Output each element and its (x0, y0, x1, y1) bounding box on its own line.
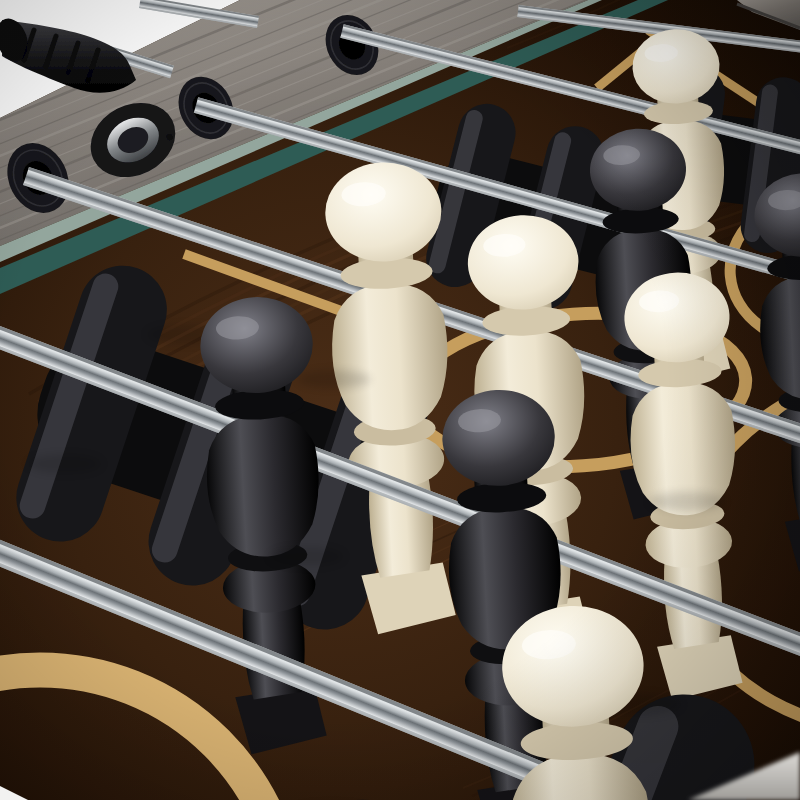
foosball-table-photo (0, 0, 800, 800)
player-shadow (27, 455, 101, 474)
player-shadow (269, 547, 343, 566)
player-shadow (298, 370, 371, 388)
foosball-photo: Close-up angled view of a foosball table… (0, 0, 800, 800)
player-shadow (649, 492, 726, 511)
